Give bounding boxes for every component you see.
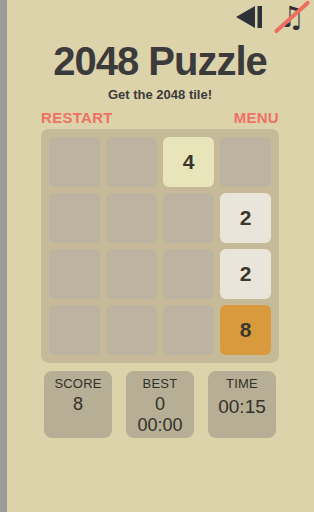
time-box: TIME 00:15 [208, 371, 276, 438]
speaker-icon[interactable] [233, 6, 262, 28]
board-cell-r2c2 [106, 193, 157, 243]
time-value: 00:15 [218, 396, 266, 417]
board-cell-r3c3 [163, 249, 214, 299]
best-time: 00:00 [137, 415, 182, 436]
time-label: TIME [226, 376, 258, 392]
score-label: SCORE [54, 376, 101, 392]
board-cell-r4c1 [49, 305, 100, 355]
restart-button[interactable]: RESTART [41, 109, 113, 126]
board-cell-r2c3 [163, 193, 214, 243]
board-cell-r1c4 [220, 137, 271, 187]
game-board[interactable]: 4 2 2 8 [41, 129, 279, 363]
scoreboard: SCORE 8 BEST 0 00:00 TIME 00:15 [7, 371, 314, 438]
menu-button[interactable]: MENU [234, 109, 279, 126]
board-cell-r3c4: 2 [220, 249, 271, 299]
board-cell-r2c4: 2 [220, 193, 271, 243]
board-cell-r1c1 [49, 137, 100, 187]
board-cell-r4c3 [163, 305, 214, 355]
best-value: 0 [155, 394, 165, 415]
board-cell-r1c3: 4 [163, 137, 214, 187]
music-off-icon[interactable]: ♫ [275, 1, 309, 33]
board-cell-r3c2 [106, 249, 157, 299]
best-box: BEST 0 00:00 [126, 371, 194, 438]
score-box: SCORE 8 [44, 371, 112, 438]
app-screen: ♫ 2048 Puzzle Get the 2048 tile! RESTART… [7, 0, 314, 512]
controls-row: RESTART MENU [41, 108, 279, 126]
board-cell-r1c2 [106, 137, 157, 187]
score-value: 8 [73, 394, 83, 415]
board-cell-r3c1 [49, 249, 100, 299]
status-bar: ♫ [7, 0, 314, 34]
board-cell-r4c2 [106, 305, 157, 355]
page-subtitle: Get the 2048 tile! [7, 87, 314, 102]
best-label: BEST [143, 376, 178, 392]
board-cell-r2c1 [49, 193, 100, 243]
board-cell-r4c4: 8 [220, 305, 271, 355]
